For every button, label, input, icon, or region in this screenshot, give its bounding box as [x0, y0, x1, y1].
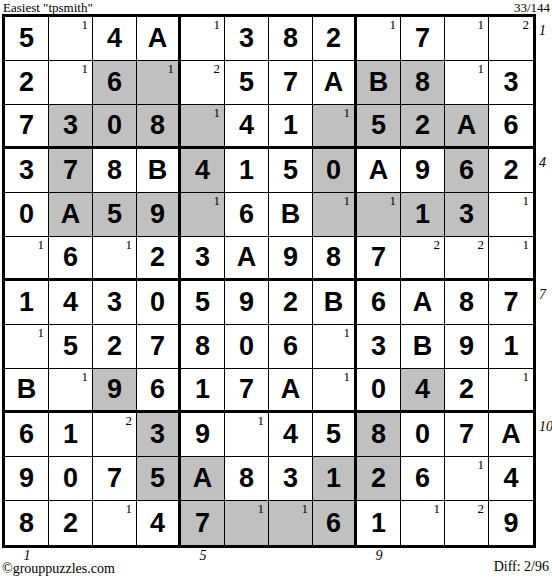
cell-value: 5 [150, 465, 165, 492]
cell-value: 3 [239, 25, 254, 52]
cell-value: A [237, 244, 257, 271]
cell-r1c11[interactable]: 1 [445, 17, 489, 61]
cell-value: 3 [150, 421, 165, 448]
cell-r2c1[interactable]: 2 [5, 61, 49, 105]
cell-value: 6 [150, 376, 165, 403]
cell-value: 9 [195, 421, 210, 448]
cell-r1c8[interactable]: 2 [313, 17, 357, 61]
cell-value: 3 [459, 201, 474, 228]
cell-value: 8 [150, 112, 165, 139]
cell-r7c4[interactable]: 0 [137, 281, 181, 325]
cell-r1c12[interactable]: 2 [489, 17, 533, 61]
corner-mark: 2 [126, 414, 133, 428]
cell-value: A [501, 421, 521, 448]
cell-value: 7 [63, 157, 78, 184]
cell-r3c5[interactable]: 1 [181, 105, 225, 149]
corner-mark: 1 [344, 370, 351, 384]
cell-value: 9 [239, 289, 254, 316]
cell-r12c1[interactable]: 8 [5, 501, 49, 545]
corner-mark: 1 [344, 194, 351, 208]
cell-r7c7[interactable]: 2 [269, 281, 313, 325]
cell-r12c9[interactable]: 1 [357, 501, 401, 545]
cell-r8c4[interactable]: 7 [137, 325, 181, 369]
cell-value: 3 [371, 333, 386, 360]
corner-mark: 1 [523, 370, 530, 384]
cell-value: 6 [63, 244, 78, 271]
cell-r10c12[interactable]: A [489, 413, 533, 457]
cell-value: 6 [503, 112, 518, 139]
cell-value: 7 [107, 465, 122, 492]
cell-r11c10[interactable]: 6 [401, 457, 445, 501]
cell-r9c4[interactable]: 6 [137, 369, 181, 413]
cell-r3c1[interactable]: 7 [5, 105, 49, 149]
cell-value: 5 [371, 112, 386, 139]
cell-r10c5[interactable]: 9 [181, 413, 225, 457]
cell-r3c10[interactable]: 2 [401, 105, 445, 149]
cell-r11c3[interactable]: 7 [93, 457, 137, 501]
cell-value: 6 [415, 465, 430, 492]
cell-r8c8[interactable]: 1 [313, 325, 357, 369]
cell-r6c4[interactable]: 2 [137, 237, 181, 281]
col-label-5: 5 [181, 549, 225, 563]
cell-value: 6 [283, 333, 298, 360]
cell-value: 8 [371, 421, 386, 448]
corner-mark: 1 [126, 502, 133, 516]
cell-value: 1 [63, 421, 78, 448]
cell-value: 4 [415, 376, 430, 403]
cell-r10c4[interactable]: 3 [137, 413, 181, 457]
cell-value: 8 [415, 69, 430, 96]
cell-value: 1 [371, 510, 386, 537]
cell-r1c1[interactable]: 5 [5, 17, 49, 61]
corner-mark: 1 [258, 502, 265, 516]
cell-r7c3[interactable]: 3 [93, 281, 137, 325]
cell-value: B [369, 69, 389, 96]
cell-r4c10[interactable]: 9 [401, 149, 445, 193]
cell-r7c5[interactable]: 5 [181, 281, 225, 325]
cell-value: 6 [459, 157, 474, 184]
cell-r12c7[interactable]: 1 [269, 501, 313, 545]
cell-r12c5[interactable]: 7 [181, 501, 225, 545]
cell-value: B [281, 201, 301, 228]
cell-r8c9[interactable]: 3 [357, 325, 401, 369]
cell-r4c4[interactable]: B [137, 149, 181, 193]
cell-value: B [324, 289, 344, 316]
cell-value: 5 [239, 69, 254, 96]
cell-value: 0 [326, 157, 341, 184]
cell-r2c3[interactable]: 6 [93, 61, 137, 105]
cell-r1c7[interactable]: 8 [269, 17, 313, 61]
row-label-4: 4 [539, 156, 552, 170]
cell-r10c9[interactable]: 8 [357, 413, 401, 457]
cell-value: 3 [107, 289, 122, 316]
cell-r5c12[interactable]: 1 [489, 193, 533, 237]
cell-r10c11[interactable]: 7 [445, 413, 489, 457]
cell-r11c11[interactable]: 1 [445, 457, 489, 501]
corner-mark: 1 [478, 18, 485, 32]
cell-value: 4 [195, 157, 210, 184]
cell-r6c8[interactable]: 8 [313, 237, 357, 281]
cell-value: 8 [459, 289, 474, 316]
cell-value: A [369, 157, 389, 184]
cell-r7c12[interactable]: 7 [489, 281, 533, 325]
cell-value: 3 [19, 157, 34, 184]
cell-r8c11[interactable]: 9 [445, 325, 489, 369]
cell-r12c12[interactable]: 9 [489, 501, 533, 545]
cell-value: 0 [150, 289, 165, 316]
cell-value: 2 [371, 465, 386, 492]
cell-value: 9 [283, 244, 298, 271]
cell-value: 3 [63, 112, 78, 139]
cell-r8c5[interactable]: 8 [181, 325, 225, 369]
page: Easiest "tpsmith" 33/144 514A13821712216… [0, 0, 552, 577]
cell-value: 1 [239, 157, 254, 184]
corner-mark: 1 [523, 238, 530, 252]
cell-value: 6 [107, 69, 122, 96]
cell-r4c12[interactable]: 2 [489, 149, 533, 193]
corner-mark: 1 [214, 18, 221, 32]
cell-value: 6 [19, 421, 34, 448]
cell-r11c8[interactable]: 1 [313, 457, 357, 501]
row-label-7: 7 [539, 288, 552, 302]
cell-r4c6[interactable]: 1 [225, 149, 269, 193]
cell-value: 5 [326, 421, 341, 448]
cell-r9c9[interactable]: 0 [357, 369, 401, 413]
cell-r3c6[interactable]: 4 [225, 105, 269, 149]
cell-r2c4[interactable]: 1 [137, 61, 181, 105]
cell-r1c2[interactable]: 1 [49, 17, 93, 61]
cell-value: 2 [459, 376, 474, 403]
cell-value: 1 [326, 465, 341, 492]
cell-r2c5[interactable]: 2 [181, 61, 225, 105]
cell-value: 2 [150, 244, 165, 271]
cell-r3c11[interactable]: A [445, 105, 489, 149]
cell-r1c5[interactable]: 1 [181, 17, 225, 61]
cell-value: 6 [371, 289, 386, 316]
cell-value: 5 [63, 333, 78, 360]
cell-r9c10[interactable]: 4 [401, 369, 445, 413]
row-label-10: 10 [539, 420, 552, 434]
cell-r3c3[interactable]: 0 [93, 105, 137, 149]
cell-r7c1[interactable]: 1 [5, 281, 49, 325]
cell-r5c11[interactable]: 3 [445, 193, 489, 237]
cell-r1c3[interactable]: 4 [93, 17, 137, 61]
cell-r9c8[interactable]: 1 [313, 369, 357, 413]
cell-value: B [17, 376, 37, 403]
cell-value: 7 [195, 510, 210, 537]
cell-r8c1[interactable]: 1 [5, 325, 49, 369]
cell-value: 8 [326, 244, 341, 271]
cell-r5c4[interactable]: 9 [137, 193, 181, 237]
cell-r4c3[interactable]: 8 [93, 149, 137, 193]
cell-value: 2 [63, 510, 78, 537]
cell-value: 8 [19, 510, 34, 537]
cell-r12c4[interactable]: 4 [137, 501, 181, 545]
cell-value: 9 [107, 376, 122, 403]
cell-r5c6[interactable]: 6 [225, 193, 269, 237]
cell-r11c2[interactable]: 0 [49, 457, 93, 501]
cell-value: 5 [283, 157, 298, 184]
corner-mark: 1 [390, 194, 397, 208]
cell-r11c1[interactable]: 9 [5, 457, 49, 501]
cell-value: 9 [19, 465, 34, 492]
cell-r2c6[interactable]: 5 [225, 61, 269, 105]
cell-r9c2[interactable]: 1 [49, 369, 93, 413]
cell-value: B [413, 333, 433, 360]
cell-r1c9[interactable]: 1 [357, 17, 401, 61]
corner-mark: 2 [434, 238, 441, 252]
cell-value: 2 [19, 69, 34, 96]
cell-value: 9 [150, 201, 165, 228]
cell-value: 2 [415, 112, 430, 139]
corner-mark: 1 [82, 18, 89, 32]
cell-r12c2[interactable]: 2 [49, 501, 93, 545]
cell-value: 4 [283, 421, 298, 448]
cell-r5c9[interactable]: 1 [357, 193, 401, 237]
cell-r2c10[interactable]: 8 [401, 61, 445, 105]
cell-r12c11[interactable]: 2 [445, 501, 489, 545]
corner-mark: 1 [478, 62, 485, 76]
col-label-9: 9 [357, 549, 401, 563]
cell-r1c6[interactable]: 3 [225, 17, 269, 61]
cell-r7c9[interactable]: 6 [357, 281, 401, 325]
cell-value: 5 [195, 289, 210, 316]
cell-r12c8[interactable]: 6 [313, 501, 357, 545]
cell-value: 5 [107, 201, 122, 228]
cell-value: A [457, 112, 477, 139]
cell-value: 7 [503, 289, 518, 316]
corner-mark: 1 [214, 106, 221, 120]
corner-mark: 1 [258, 414, 265, 428]
cell-r4c2[interactable]: 7 [49, 149, 93, 193]
cell-value: 8 [283, 25, 298, 52]
row-label-1: 1 [539, 24, 552, 38]
cell-value: 0 [415, 421, 430, 448]
cell-value: 7 [19, 112, 34, 139]
cell-r8c12[interactable]: 1 [489, 325, 533, 369]
cell-r5c1[interactable]: 0 [5, 193, 49, 237]
cell-r11c4[interactable]: 5 [137, 457, 181, 501]
cell-r4c9[interactable]: A [357, 149, 401, 193]
cell-value: A [148, 25, 168, 52]
corner-mark: 1 [344, 326, 351, 340]
cell-r10c2[interactable]: 1 [49, 413, 93, 457]
cell-r6c10[interactable]: 2 [401, 237, 445, 281]
cell-r6c6[interactable]: A [225, 237, 269, 281]
cell-r3c9[interactable]: 5 [357, 105, 401, 149]
corner-mark: 1 [38, 326, 45, 340]
cell-r8c10[interactable]: B [401, 325, 445, 369]
cell-value: 1 [503, 333, 518, 360]
cell-value: B [148, 157, 168, 184]
cell-r3c8[interactable]: 1 [313, 105, 357, 149]
corner-mark: 1 [302, 502, 309, 516]
cell-r6c9[interactable]: 7 [357, 237, 401, 281]
cell-value: 4 [503, 465, 518, 492]
cell-value: 7 [150, 333, 165, 360]
cell-value: 7 [371, 244, 386, 271]
cell-value: 1 [19, 289, 34, 316]
cell-r3c4[interactable]: 8 [137, 105, 181, 149]
cell-value: 0 [63, 465, 78, 492]
cell-r9c11[interactable]: 2 [445, 369, 489, 413]
cell-value: A [413, 289, 433, 316]
cell-value: 4 [150, 510, 165, 537]
corner-mark: 1 [126, 238, 133, 252]
cell-r2c11[interactable]: 1 [445, 61, 489, 105]
cell-r10c6[interactable]: 1 [225, 413, 269, 457]
cell-value: 7 [283, 69, 298, 96]
cell-r2c9[interactable]: B [357, 61, 401, 105]
cell-r6c1[interactable]: 1 [5, 237, 49, 281]
cell-value: 3 [195, 244, 210, 271]
corner-mark: 1 [38, 238, 45, 252]
cell-r5c3[interactable]: 5 [93, 193, 137, 237]
cell-value: 0 [107, 112, 122, 139]
cell-value: 6 [239, 201, 254, 228]
cell-r6c5[interactable]: 3 [181, 237, 225, 281]
cell-r3c12[interactable]: 6 [489, 105, 533, 149]
cell-r11c6[interactable]: 8 [225, 457, 269, 501]
corner-mark: 1 [82, 370, 89, 384]
cell-r2c8[interactable]: A [313, 61, 357, 105]
corner-mark: 1 [82, 62, 89, 76]
corner-mark: 2 [478, 502, 485, 516]
cell-r6c11[interactable]: 2 [445, 237, 489, 281]
cell-r7c11[interactable]: 8 [445, 281, 489, 325]
cell-r4c1[interactable]: 3 [5, 149, 49, 193]
cell-value: 2 [107, 333, 122, 360]
cell-r9c7[interactable]: A [269, 369, 313, 413]
cell-r8c3[interactable]: 2 [93, 325, 137, 369]
corner-mark: 1 [390, 18, 397, 32]
cell-r11c5[interactable]: A [181, 457, 225, 501]
cell-r9c3[interactable]: 9 [93, 369, 137, 413]
cell-r10c7[interactable]: 4 [269, 413, 313, 457]
cell-r10c8[interactable]: 5 [313, 413, 357, 457]
cell-value: 8 [107, 157, 122, 184]
cell-r1c10[interactable]: 7 [401, 17, 445, 61]
cell-value: 5 [19, 25, 34, 52]
corner-mark: 1 [523, 194, 530, 208]
corner-mark: 1 [168, 62, 175, 76]
cell-r10c10[interactable]: 0 [401, 413, 445, 457]
cell-r11c9[interactable]: 2 [357, 457, 401, 501]
cell-value: 4 [107, 25, 122, 52]
cell-value: A [281, 376, 301, 403]
cell-value: A [193, 465, 213, 492]
copyright-text: ©grouppuzzles.com [2, 561, 115, 577]
cell-value: 0 [239, 333, 254, 360]
corner-mark: 1 [214, 194, 221, 208]
cell-value: 6 [326, 510, 341, 537]
cell-value: 8 [195, 333, 210, 360]
cell-r8c7[interactable]: 6 [269, 325, 313, 369]
corner-mark: 2 [214, 62, 221, 76]
cell-value: 2 [326, 25, 341, 52]
cell-r3c2[interactable]: 3 [49, 105, 93, 149]
cell-r2c12[interactable]: 3 [489, 61, 533, 105]
cell-r9c12[interactable]: 1 [489, 369, 533, 413]
cell-r5c5[interactable]: 1 [181, 193, 225, 237]
corner-mark: 1 [344, 106, 351, 120]
col-label-1: 1 [5, 549, 49, 563]
cell-value: A [324, 69, 344, 96]
cell-r2c2[interactable]: 1 [49, 61, 93, 105]
cell-value: 9 [415, 157, 430, 184]
cell-value: 3 [503, 69, 518, 96]
cell-r4c7[interactable]: 5 [269, 149, 313, 193]
cell-value: 3 [283, 465, 298, 492]
cell-r12c3[interactable]: 1 [93, 501, 137, 545]
cell-value: 0 [371, 376, 386, 403]
cell-r6c7[interactable]: 9 [269, 237, 313, 281]
cell-value: 8 [239, 465, 254, 492]
cell-value: 7 [415, 25, 430, 52]
cell-r7c6[interactable]: 9 [225, 281, 269, 325]
corner-mark: 2 [523, 18, 530, 32]
cell-value: 0 [19, 201, 34, 228]
difficulty-text: Diff: 2/96 [494, 559, 549, 575]
cell-value: 7 [459, 421, 474, 448]
cell-value: 1 [195, 376, 210, 403]
cell-r10c3[interactable]: 2 [93, 413, 137, 457]
cell-r7c8[interactable]: B [313, 281, 357, 325]
cell-r9c6[interactable]: 7 [225, 369, 269, 413]
cell-r5c10[interactable]: 1 [401, 193, 445, 237]
cell-r1c4[interactable]: A [137, 17, 181, 61]
cell-value: A [61, 201, 81, 228]
cell-r6c12[interactable]: 1 [489, 237, 533, 281]
cell-r10c1[interactable]: 6 [5, 413, 49, 457]
cell-value: 9 [503, 510, 518, 537]
corner-mark: 1 [434, 502, 441, 516]
cell-value: 2 [503, 157, 518, 184]
cell-r6c2[interactable]: 6 [49, 237, 93, 281]
cell-r4c8[interactable]: 0 [313, 149, 357, 193]
cell-r9c5[interactable]: 1 [181, 369, 225, 413]
corner-mark: 1 [478, 458, 485, 472]
cell-r5c8[interactable]: 1 [313, 193, 357, 237]
cell-value: 7 [239, 376, 254, 403]
cell-value: 4 [239, 112, 254, 139]
cell-r7c10[interactable]: A [401, 281, 445, 325]
cell-r4c11[interactable]: 6 [445, 149, 489, 193]
cell-r4c5[interactable]: 4 [181, 149, 225, 193]
cell-value: 1 [415, 201, 430, 228]
cell-value: 9 [459, 333, 474, 360]
cell-value: 1 [283, 112, 298, 139]
cell-r2c7[interactable]: 7 [269, 61, 313, 105]
cell-r12c6[interactable]: 1 [225, 501, 269, 545]
cell-r9c1[interactable]: B [5, 369, 49, 413]
cell-r11c7[interactable]: 3 [269, 457, 313, 501]
cell-r5c2[interactable]: A [49, 193, 93, 237]
cell-r7c2[interactable]: 4 [49, 281, 93, 325]
cell-r11c12[interactable]: 4 [489, 457, 533, 501]
cell-value: 2 [283, 289, 298, 316]
cell-r5c7[interactable]: B [269, 193, 313, 237]
cell-r8c6[interactable]: 0 [225, 325, 269, 369]
cell-r3c7[interactable]: 1 [269, 105, 313, 149]
cell-r8c2[interactable]: 5 [49, 325, 93, 369]
cell-value: 4 [63, 289, 78, 316]
corner-mark: 2 [478, 238, 485, 252]
sudoku-board: 514A138217122161257AB8137308141152A6378B… [2, 14, 536, 548]
cell-r12c10[interactable]: 1 [401, 501, 445, 545]
cell-r6c3[interactable]: 1 [93, 237, 137, 281]
